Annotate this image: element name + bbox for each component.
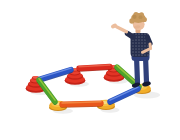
product-photo <box>0 0 180 140</box>
balance-beam-red-BC <box>79 65 110 69</box>
balance-course-scene <box>0 0 180 140</box>
child-hair-curl <box>142 17 147 22</box>
child-arm-left <box>117 27 127 32</box>
child-hair-curl <box>129 18 134 23</box>
child-hair-texture <box>132 15 136 19</box>
child-sleeve-left <box>128 34 134 38</box>
child-hair-texture <box>139 15 143 19</box>
balance-beam-blue-DE <box>110 87 138 103</box>
balance-beam-orange-EF <box>62 102 101 106</box>
